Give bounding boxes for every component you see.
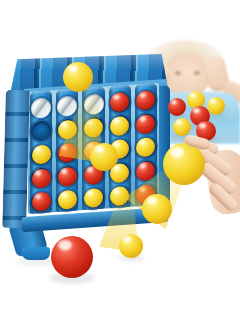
bouncing-ball-top [63, 62, 93, 92]
yellow-ball [84, 188, 103, 208]
yellow-ball [136, 137, 155, 157]
cell-r2c4 [110, 115, 130, 136]
cluster-ball-5 [173, 118, 191, 136]
product-photo-scene [0, 0, 240, 329]
bouncing-ball-bottom [119, 234, 143, 258]
yellow-ball [58, 190, 77, 210]
red-ball [136, 90, 155, 110]
cell-r1c4 [110, 91, 130, 112]
cell-r5c2 [57, 189, 77, 210]
cell-r4c2 [57, 166, 77, 187]
cell-r3c5 [136, 137, 156, 158]
cell-r3c1 [31, 144, 51, 165]
cell-r5c1 [31, 191, 51, 212]
red-ball [110, 92, 129, 112]
cell-r4c1 [31, 167, 51, 188]
cluster-ball-1 [168, 98, 186, 116]
cell-r5c3 [84, 187, 104, 208]
child-eye-left [175, 71, 181, 75]
board-column-1 [30, 90, 52, 214]
held-ball [163, 143, 205, 185]
red-ball [58, 166, 77, 186]
cell-r1c1 [31, 97, 51, 118]
red-ball [32, 168, 51, 188]
board-foot [22, 247, 50, 260]
board-left-frame [2, 90, 30, 229]
yellow-ball [110, 115, 129, 135]
child-eye-right [194, 71, 200, 75]
red-ball [136, 114, 155, 134]
cell-r1c2 [57, 95, 77, 116]
red-ball [32, 191, 51, 211]
bouncing-ball-mid [90, 143, 118, 171]
cell-r1c5 [136, 90, 156, 111]
cluster-ball-3 [207, 97, 225, 115]
bouncing-ball-right [142, 194, 172, 224]
cell-r2c5 [136, 113, 156, 134]
cell-r2c1 [31, 120, 51, 141]
red-ball-foreground [51, 236, 93, 278]
yellow-ball [32, 144, 51, 164]
